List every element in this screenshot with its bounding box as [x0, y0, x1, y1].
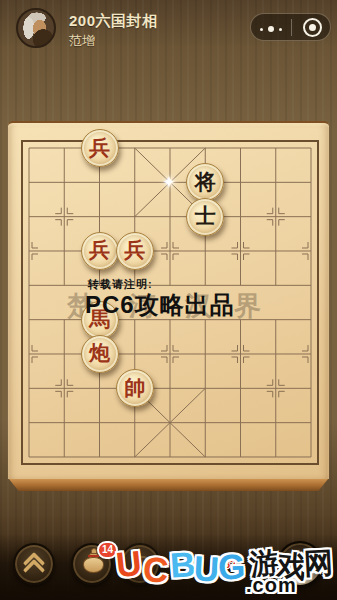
piece-兵[interactable]: 兵	[116, 232, 154, 270]
piece-炮[interactable]: 炮	[81, 335, 119, 373]
capsule-divider	[291, 19, 292, 36]
piece-glyph: 兵	[89, 240, 110, 261]
watermark-site-char: 网	[303, 548, 333, 578]
app-screen: 200六国封相 范增 楚河汉界 兵将士兵兵馬炮帥 ✦ 转载请注明: PC6攻略出…	[0, 0, 337, 600]
collapse-button[interactable]	[13, 543, 55, 585]
piece-兵[interactable]: 兵	[81, 129, 119, 167]
highlight-sparkle: ✦	[162, 172, 176, 193]
miniprogram-capsule	[250, 13, 331, 41]
watermark-letter: B	[169, 546, 197, 583]
piece-glyph: 将	[195, 172, 216, 193]
river-char: 界	[234, 288, 261, 324]
watermark-ucbug-domain: .com	[246, 574, 297, 597]
watermark-letter: C	[142, 551, 170, 588]
piece-glyph: 帥	[124, 378, 145, 399]
level-title: 200六国封相	[69, 12, 158, 31]
piece-兵[interactable]: 兵	[81, 232, 119, 270]
board-bevel	[9, 479, 328, 491]
piece-glyph: 兵	[89, 138, 110, 159]
watermark-pc6-brand: PC6攻略出品	[85, 289, 235, 321]
exit-icon[interactable]	[303, 18, 322, 37]
watermark-letter: U	[193, 550, 220, 586]
more-icon[interactable]	[260, 26, 284, 32]
watermark-letter: U	[114, 545, 143, 582]
opponent-name: 范增	[69, 32, 95, 50]
piece-帥[interactable]: 帥	[116, 369, 154, 407]
piece-士[interactable]: 士	[186, 198, 224, 236]
piece-glyph: 炮	[89, 343, 110, 364]
player-avatar	[16, 8, 56, 48]
watermark-letter: G	[217, 549, 245, 585]
piece-glyph: 士	[195, 206, 216, 227]
piece-glyph: 兵	[124, 240, 145, 261]
